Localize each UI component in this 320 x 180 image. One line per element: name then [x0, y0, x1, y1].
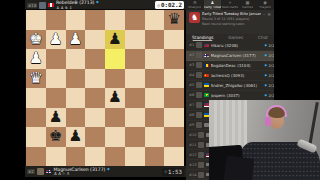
square-h2[interactable]: ♚	[26, 30, 46, 50]
bottom-player-time: 1:53	[168, 169, 182, 175]
standings-rank: #11	[189, 143, 197, 147]
square-d6[interactable]	[105, 108, 125, 128]
player-name[interactable]: MagnusCarlsen (3177)	[211, 53, 264, 58]
piece-wP-h3[interactable]: ♟	[29, 51, 43, 67]
standings-rank: #5	[189, 83, 195, 87]
top-player-flag-icon	[48, 3, 54, 7]
square-g8[interactable]	[46, 147, 66, 167]
tab-icon: ♟	[211, 1, 215, 5]
square-d7[interactable]	[105, 127, 125, 147]
square-b5[interactable]	[145, 88, 165, 108]
square-b8[interactable]	[145, 147, 165, 167]
knight-logo-glyph: ♞	[191, 14, 198, 22]
norway-flag-icon	[204, 54, 210, 58]
player-score: 2/2	[268, 63, 274, 68]
standings-rank: #8	[189, 113, 195, 117]
headphone-earcup	[265, 117, 271, 126]
event-round: Round 3 of 11 (561 players)	[202, 17, 261, 21]
top-player-bar: #18 RebeldeB (2713) ◆ ♟ ♟ ♞ ♝ ◷ 0:02.2	[25, 0, 186, 10]
square-b2[interactable]	[145, 30, 165, 50]
square-e6[interactable]	[85, 108, 105, 128]
player-avatar	[198, 142, 204, 148]
brazil-flag-icon	[204, 93, 210, 97]
player-avatar	[196, 112, 202, 118]
player-name[interactable]: BogdanDeac (3104)	[211, 63, 264, 68]
square-e1[interactable]	[85, 10, 105, 30]
square-f6[interactable]	[66, 108, 86, 128]
standings-row[interactable]: #1Hikaru (3208)◆2/2|	[186, 41, 274, 51]
bottom-player-avatar[interactable]	[37, 168, 44, 175]
square-b6[interactable]	[145, 108, 165, 128]
square-h6[interactable]	[26, 108, 46, 128]
player-score: 2/2	[268, 93, 274, 98]
square-g7[interactable]: ♚	[46, 127, 66, 147]
player-score: 2/2	[268, 73, 274, 78]
bottom-player-clock: ◷ 1:53	[162, 168, 184, 176]
square-c5[interactable]	[125, 88, 145, 108]
mic-arm	[308, 102, 319, 146]
diamond-member-icon: ◆	[265, 83, 267, 87]
us-flag-icon	[204, 44, 210, 48]
standings-rank: #1	[189, 43, 195, 47]
square-a2[interactable]	[164, 30, 184, 50]
top-player-badge-icons: ◆	[96, 0, 99, 5]
square-a7[interactable]	[164, 127, 184, 147]
square-h1[interactable]	[26, 10, 46, 30]
square-f4[interactable]	[66, 69, 86, 89]
collapse-icon[interactable]: –	[263, 12, 265, 17]
top-player-rank-badge: #18	[27, 3, 37, 8]
standings-row[interactable]: #3BogdanDeac (3104)◆2/2|	[186, 61, 274, 71]
square-h7[interactable]	[26, 127, 46, 147]
tab-icon: ⚙	[193, 1, 197, 5]
player-avatar	[196, 42, 202, 48]
subtab-standings[interactable]: Standings	[192, 35, 213, 40]
piece-bP-d5[interactable]: ♟	[108, 90, 122, 106]
square-g5[interactable]	[46, 88, 66, 108]
piece-wP-g2[interactable]: ♟	[49, 32, 63, 48]
player-avatar	[196, 62, 202, 68]
bottom-player-name[interactable]: MagnusCarlsen (3177)	[53, 167, 105, 172]
clock-icon: ◷	[164, 169, 167, 174]
tab-players[interactable]: ◉Players	[256, 0, 274, 10]
square-a8[interactable]	[164, 147, 184, 167]
square-d4[interactable]	[105, 69, 125, 89]
subtab-games[interactable]: Games	[228, 35, 243, 40]
square-g4[interactable]	[46, 69, 66, 89]
square-f2[interactable]: ♟	[66, 30, 86, 50]
tab-icon: ▦	[246, 1, 250, 5]
player-name[interactable]: Jospem (3037)	[211, 93, 264, 98]
square-c4[interactable]	[125, 69, 145, 89]
square-h5[interactable]	[26, 88, 46, 108]
standings-rank: #3	[189, 63, 195, 67]
tab-games[interactable]: ▦Games	[239, 0, 257, 10]
player-name[interactable]: Andrei_Zhigalko (3061)	[211, 83, 264, 88]
tab-label: Early Titled Tu..	[204, 6, 221, 10]
tab-icon: ◉	[263, 1, 267, 5]
subtab-chat[interactable]: Chat	[258, 35, 268, 40]
square-d3[interactable]	[105, 49, 125, 69]
square-f1[interactable]	[66, 10, 86, 30]
square-f7[interactable]: ♟	[66, 127, 86, 147]
event-info: Early Titled Tuesday Blitz January 10 20…	[202, 12, 261, 26]
square-h8[interactable]	[26, 147, 46, 167]
tab-label: Players	[259, 6, 271, 10]
standings-rank: #7	[189, 103, 195, 107]
square-a5[interactable]	[164, 88, 184, 108]
player-score: 2/2	[268, 43, 274, 48]
square-d1[interactable]	[105, 10, 125, 30]
piece-bP-g6[interactable]: ♟	[49, 110, 63, 126]
square-e2[interactable]	[85, 30, 105, 50]
standings-rank: #13	[189, 163, 197, 167]
bottom-player-flag-icon	[46, 170, 52, 174]
square-h4[interactable]: ♛	[26, 69, 46, 89]
player-avatar	[196, 122, 202, 128]
standings-rank: #12	[189, 153, 197, 157]
square-f3[interactable]	[66, 49, 86, 69]
piece-bP-f7[interactable]: ♟	[68, 129, 82, 145]
webcam-overlay	[209, 100, 320, 180]
square-c7[interactable]	[125, 127, 145, 147]
square-c3[interactable]	[125, 49, 145, 69]
player-avatar	[196, 82, 202, 88]
standings-rank: #4	[189, 73, 195, 77]
standings-row[interactable]: #4lachesisQ (3093)◆2/2|	[186, 71, 274, 81]
clock-icon: ◷	[157, 3, 160, 8]
square-g1[interactable]	[46, 10, 66, 30]
chess-board[interactable]: ♛♚♟♟♟♟♛♟♟♚♟	[26, 10, 184, 166]
piece-bQ-a1[interactable]: ♛	[167, 12, 181, 28]
diamond-member-icon: ◆	[265, 93, 267, 97]
square-f8[interactable]	[66, 147, 86, 167]
close-icon[interactable]: ✕	[267, 12, 271, 17]
tab-analysis[interactable]: ⚙Analysis	[186, 0, 204, 10]
player-avatar	[198, 132, 204, 138]
square-b7[interactable]	[145, 127, 165, 147]
panel-tab-bar: ⚙Analysis♟Early Titled Tu..+New Game▦Gam…	[186, 0, 274, 10]
square-e4[interactable]	[85, 69, 105, 89]
tab-label: Analysis	[188, 6, 201, 10]
tab-icon: +	[228, 1, 232, 5]
top-player-avatar[interactable]	[39, 2, 46, 9]
square-c1[interactable]	[125, 10, 145, 30]
standings-rank: #2	[189, 53, 195, 57]
square-b1[interactable]	[145, 10, 165, 30]
diamond-member-icon: ◆	[265, 53, 267, 57]
tab-label: New Game	[222, 6, 239, 10]
square-a3[interactable]	[164, 49, 184, 69]
square-e5[interactable]	[85, 88, 105, 108]
square-b4[interactable]	[145, 69, 165, 89]
standings-rank: #9	[189, 123, 195, 127]
square-b3[interactable]	[145, 49, 165, 69]
tab-new-game[interactable]: +New Game	[221, 0, 239, 10]
headphones-band	[266, 105, 287, 117]
square-g3[interactable]	[46, 49, 66, 69]
square-e8[interactable]	[85, 147, 105, 167]
event-header-icons: – ✕	[263, 12, 271, 17]
player-name[interactable]: Hikaru (3208)	[211, 43, 264, 48]
square-h3[interactable]: ♟	[26, 49, 46, 69]
bottom-player-rank-badge: #2	[27, 169, 35, 174]
player-name[interactable]: lachesisQ (3093)	[211, 73, 264, 78]
titled-tuesday-logo: ♞	[189, 12, 200, 23]
bottom-player-bar: #2 MagnusCarlsen (3177) ◆ ♙ ♙ ♘ ♗ ◷ 1:53	[25, 166, 186, 177]
square-c6[interactable]	[125, 108, 145, 128]
piece-wK-h2[interactable]: ♚	[29, 32, 43, 48]
standings-rank: #6	[189, 93, 195, 97]
top-player-time: 0:02.2	[161, 2, 182, 8]
standings-rank: #10	[189, 133, 197, 137]
diamond-member-icon: ◆	[265, 63, 267, 67]
player-avatar	[196, 52, 202, 58]
event-header: ♞ Early Titled Tuesday Blitz January 10 …	[186, 10, 274, 34]
china-flag-icon	[204, 74, 210, 78]
square-g2[interactable]: ♟	[46, 30, 66, 50]
standings-rank: #14	[189, 173, 197, 177]
square-c2[interactable]	[125, 30, 145, 50]
event-title: Early Titled Tuesday Blitz January 10 20…	[202, 12, 261, 16]
square-a6[interactable]	[164, 108, 184, 128]
tab-early-titled-tu-[interactable]: ♟Early Titled Tu..	[204, 0, 222, 10]
square-d8[interactable]	[105, 147, 125, 167]
tab-label: Games	[242, 6, 253, 10]
piece-wP-f2[interactable]: ♟	[68, 32, 82, 48]
standings-row[interactable]: #5Andrei_Zhigalko (3061)◆2/2|	[186, 81, 274, 91]
desk-equipment	[224, 155, 255, 180]
player-avatar	[196, 72, 202, 78]
player-score: 2/2	[268, 83, 274, 88]
event-status: Next round starting soon.	[202, 22, 261, 26]
standings-row[interactable]: #2MagnusCarlsen (3177)◆2/2|	[186, 51, 274, 61]
top-player-clock: ◷ 0:02.2	[155, 1, 184, 9]
stream-screenshot: #18 RebeldeB (2713) ◆ ♟ ♟ ♞ ♝ ◷ 0:02.2 ♛…	[0, 0, 320, 180]
piece-bP-d2[interactable]: ♟	[108, 32, 122, 48]
square-a4[interactable]	[164, 69, 184, 89]
square-e7[interactable]	[85, 127, 105, 147]
romania-flag-icon	[204, 64, 210, 68]
player-score: 2/2	[268, 53, 274, 58]
bottom-player-badge-icons: ◆	[107, 167, 110, 172]
square-f5[interactable]	[66, 88, 86, 108]
player-avatar	[198, 162, 204, 168]
square-c8[interactable]	[125, 147, 145, 167]
player-avatar	[196, 92, 202, 98]
player-avatar	[198, 152, 204, 158]
ukraine-flag-icon	[204, 83, 210, 87]
player-avatar	[196, 102, 202, 108]
top-player-name[interactable]: RebeldeB (2713)	[56, 0, 94, 5]
diamond-member-icon: ◆	[265, 73, 267, 77]
square-a1[interactable]: ♛	[164, 10, 184, 30]
piece-wQ-h4[interactable]: ♛	[29, 71, 43, 87]
player-avatar	[198, 172, 204, 178]
square-d2[interactable]: ♟	[105, 30, 125, 50]
piece-bK-g7[interactable]: ♚	[49, 129, 63, 145]
square-e3[interactable]	[85, 49, 105, 69]
square-g6[interactable]: ♟	[46, 108, 66, 128]
square-d5[interactable]: ♟	[105, 88, 125, 108]
diamond-member-icon: ◆	[265, 43, 267, 47]
panel-subtabs: StandingsGamesChat	[186, 34, 274, 41]
